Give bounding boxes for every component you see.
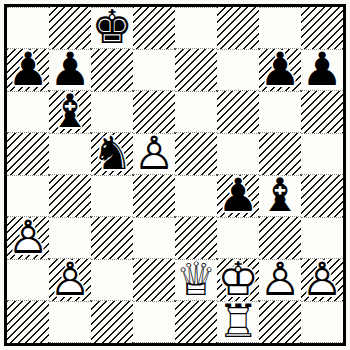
black-piece-glyph: ♝ <box>49 90 91 132</box>
square-h1[interactable] <box>301 301 343 343</box>
piece-white-rook[interactable]: ♜♖ <box>217 302 259 342</box>
square-f8[interactable] <box>217 7 259 49</box>
square-e2[interactable]: ♛♕ <box>175 259 217 301</box>
square-e1[interactable] <box>175 301 217 343</box>
square-a3[interactable]: ♟♙ <box>7 217 49 259</box>
piece-black-pawn[interactable]: ♟ <box>217 175 259 217</box>
square-h2[interactable]: ♟♙ <box>301 259 343 301</box>
chess-diagram: ♚♟♟♟♟♝♞♟♙♟♝♟♙♟♙♛♕♚♔♟♙♟♙♜♖ <box>0 0 350 350</box>
square-c7[interactable] <box>91 49 133 91</box>
square-e8[interactable] <box>175 7 217 49</box>
square-e5[interactable] <box>175 133 217 175</box>
black-piece-glyph: ♟ <box>301 49 343 89</box>
piece-black-pawn[interactable]: ♟ <box>301 50 343 90</box>
piece-black-pawn[interactable]: ♟ <box>259 49 301 91</box>
square-h7[interactable]: ♟ <box>301 49 343 91</box>
square-g1[interactable] <box>259 301 301 343</box>
piece-black-bishop[interactable]: ♝ <box>49 91 91 133</box>
square-f4[interactable]: ♟ <box>217 175 259 217</box>
square-b5[interactable] <box>49 133 91 175</box>
square-h4[interactable] <box>301 175 343 217</box>
square-a5[interactable] <box>7 133 49 175</box>
piece-black-pawn[interactable]: ♟ <box>7 49 49 91</box>
white-piece-outline-layer: ♙ <box>259 259 301 299</box>
piece-white-pawn[interactable]: ♟♙ <box>133 134 175 174</box>
black-piece-glyph: ♞ <box>91 132 133 174</box>
white-piece-outline-layer: ♙ <box>133 133 175 173</box>
white-piece-outline-layer: ♙ <box>49 258 91 300</box>
square-d1[interactable] <box>133 301 175 343</box>
square-a2[interactable] <box>7 259 49 301</box>
square-b1[interactable] <box>49 301 91 343</box>
square-b6[interactable]: ♝ <box>49 91 91 133</box>
square-f1[interactable]: ♜♖ <box>217 301 259 343</box>
square-h6[interactable] <box>301 91 343 133</box>
square-e7[interactable] <box>175 49 217 91</box>
square-f7[interactable] <box>217 49 259 91</box>
square-c1[interactable] <box>91 301 133 343</box>
white-piece-outline-layer: ♕ <box>175 259 217 299</box>
square-h5[interactable] <box>301 133 343 175</box>
white-piece-outline-layer: ♙ <box>7 216 49 258</box>
square-d4[interactable] <box>133 175 175 217</box>
square-a1[interactable] <box>7 301 49 343</box>
piece-white-pawn[interactable]: ♟♙ <box>7 217 49 259</box>
piece-white-pawn[interactable]: ♟♙ <box>49 259 91 301</box>
black-piece-glyph: ♝ <box>259 175 301 215</box>
square-e4[interactable] <box>175 175 217 217</box>
square-a6[interactable] <box>7 91 49 133</box>
square-d8[interactable] <box>133 7 175 49</box>
square-g4[interactable]: ♝ <box>259 175 301 217</box>
piece-white-pawn[interactable]: ♟♙ <box>301 259 343 301</box>
square-g2[interactable]: ♟♙ <box>259 259 301 301</box>
square-g7[interactable]: ♟ <box>259 49 301 91</box>
square-b2[interactable]: ♟♙ <box>49 259 91 301</box>
square-f6[interactable] <box>217 91 259 133</box>
square-b4[interactable] <box>49 175 91 217</box>
piece-black-bishop[interactable]: ♝ <box>259 176 301 216</box>
square-d5[interactable]: ♟♙ <box>133 133 175 175</box>
piece-white-pawn[interactable]: ♟♙ <box>259 260 301 300</box>
black-piece-glyph: ♟ <box>7 48 49 90</box>
black-piece-glyph: ♟ <box>259 48 301 90</box>
square-d2[interactable] <box>133 259 175 301</box>
piece-white-queen[interactable]: ♛♕ <box>175 260 217 300</box>
black-piece-glyph: ♟ <box>217 174 259 216</box>
square-c8[interactable]: ♚ <box>91 7 133 49</box>
square-a7[interactable]: ♟ <box>7 49 49 91</box>
square-c2[interactable] <box>91 259 133 301</box>
square-d7[interactable] <box>133 49 175 91</box>
square-c5[interactable]: ♞ <box>91 133 133 175</box>
square-d3[interactable] <box>133 217 175 259</box>
black-piece-glyph: ♟ <box>49 49 91 89</box>
white-piece-outline-layer: ♙ <box>301 258 343 300</box>
piece-black-knight[interactable]: ♞ <box>91 133 133 175</box>
black-piece-glyph: ♚ <box>91 7 133 47</box>
piece-black-king[interactable]: ♚ <box>91 8 133 48</box>
square-e6[interactable] <box>175 91 217 133</box>
square-c3[interactable] <box>91 217 133 259</box>
white-piece-outline-layer: ♖ <box>217 301 259 341</box>
chess-board: ♚♟♟♟♟♝♞♟♙♟♝♟♙♟♙♛♕♚♔♟♙♟♙♜♖ <box>4 4 346 346</box>
square-c4[interactable] <box>91 175 133 217</box>
square-g6[interactable] <box>259 91 301 133</box>
